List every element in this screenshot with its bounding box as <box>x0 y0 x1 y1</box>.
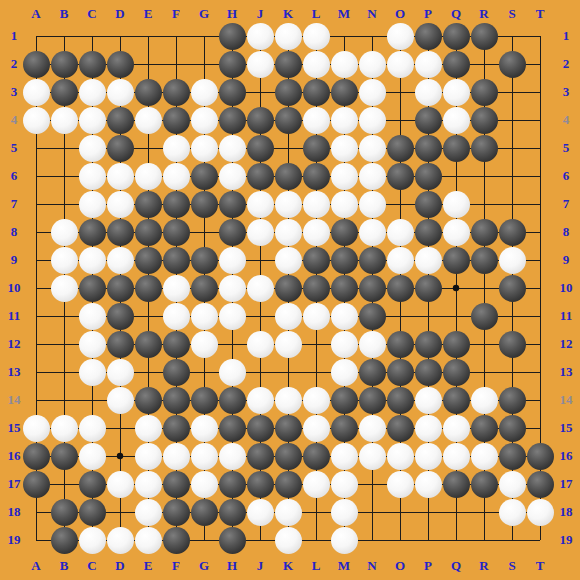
point-M3[interactable] <box>330 78 358 106</box>
white-stone-L11[interactable] <box>303 303 330 330</box>
point-E11[interactable] <box>134 302 162 330</box>
point-S5[interactable] <box>498 134 526 162</box>
white-stone-J14[interactable] <box>247 387 274 414</box>
black-stone-F7[interactable] <box>163 191 190 218</box>
black-stone-Q14[interactable] <box>443 387 470 414</box>
point-R11[interactable] <box>470 302 498 330</box>
point-G2[interactable] <box>190 50 218 78</box>
black-stone-G14[interactable] <box>191 387 218 414</box>
point-T4[interactable] <box>526 106 554 134</box>
point-D8[interactable] <box>106 218 134 246</box>
black-stone-L10[interactable] <box>303 275 330 302</box>
point-N16[interactable] <box>358 442 386 470</box>
black-stone-P13[interactable] <box>415 359 442 386</box>
point-E15[interactable] <box>134 414 162 442</box>
white-stone-C4[interactable] <box>79 107 106 134</box>
point-C2[interactable] <box>78 50 106 78</box>
black-stone-Q2[interactable] <box>443 51 470 78</box>
white-stone-E16[interactable] <box>135 443 162 470</box>
point-N11[interactable] <box>358 302 386 330</box>
white-stone-M4[interactable] <box>331 107 358 134</box>
point-Q1[interactable] <box>442 22 470 50</box>
point-C10[interactable] <box>78 274 106 302</box>
point-R18[interactable] <box>470 498 498 526</box>
point-B14[interactable] <box>50 386 78 414</box>
point-K11[interactable] <box>274 302 302 330</box>
point-G6[interactable] <box>190 162 218 190</box>
point-A7[interactable] <box>22 190 50 218</box>
point-F8[interactable] <box>162 218 190 246</box>
point-D7[interactable] <box>106 190 134 218</box>
black-stone-H19[interactable] <box>219 527 246 554</box>
point-N6[interactable] <box>358 162 386 190</box>
black-stone-G9[interactable] <box>191 247 218 274</box>
point-N9[interactable] <box>358 246 386 274</box>
point-G14[interactable] <box>190 386 218 414</box>
point-S17[interactable] <box>498 470 526 498</box>
point-N18[interactable] <box>358 498 386 526</box>
black-stone-F3[interactable] <box>163 79 190 106</box>
point-J14[interactable] <box>246 386 274 414</box>
point-S2[interactable] <box>498 50 526 78</box>
point-Q17[interactable] <box>442 470 470 498</box>
point-H16[interactable] <box>218 442 246 470</box>
point-R17[interactable] <box>470 470 498 498</box>
point-R4[interactable] <box>470 106 498 134</box>
point-Q12[interactable] <box>442 330 470 358</box>
point-L14[interactable] <box>302 386 330 414</box>
black-stone-O15[interactable] <box>387 415 414 442</box>
point-H12[interactable] <box>218 330 246 358</box>
point-P11[interactable] <box>414 302 442 330</box>
point-B5[interactable] <box>50 134 78 162</box>
point-G1[interactable] <box>190 22 218 50</box>
point-E4[interactable] <box>134 106 162 134</box>
point-H8[interactable] <box>218 218 246 246</box>
point-C18[interactable] <box>78 498 106 526</box>
point-F1[interactable] <box>162 22 190 50</box>
black-stone-Q17[interactable] <box>443 471 470 498</box>
point-A11[interactable] <box>22 302 50 330</box>
point-S3[interactable] <box>498 78 526 106</box>
black-stone-P8[interactable] <box>415 219 442 246</box>
black-stone-H7[interactable] <box>219 191 246 218</box>
black-stone-F14[interactable] <box>163 387 190 414</box>
black-stone-K3[interactable] <box>275 79 302 106</box>
black-stone-H17[interactable] <box>219 471 246 498</box>
point-L16[interactable] <box>302 442 330 470</box>
point-K7[interactable] <box>274 190 302 218</box>
point-F13[interactable] <box>162 358 190 386</box>
point-L7[interactable] <box>302 190 330 218</box>
point-H17[interactable] <box>218 470 246 498</box>
black-stone-E3[interactable] <box>135 79 162 106</box>
point-G9[interactable] <box>190 246 218 274</box>
white-stone-Q15[interactable] <box>443 415 470 442</box>
point-M2[interactable] <box>330 50 358 78</box>
black-stone-S12[interactable] <box>499 331 526 358</box>
point-B16[interactable] <box>50 442 78 470</box>
white-stone-J18[interactable] <box>247 499 274 526</box>
point-P18[interactable] <box>414 498 442 526</box>
point-L11[interactable] <box>302 302 330 330</box>
point-N13[interactable] <box>358 358 386 386</box>
white-stone-O9[interactable] <box>387 247 414 274</box>
white-stone-L15[interactable] <box>303 415 330 442</box>
point-Q6[interactable] <box>442 162 470 190</box>
point-Q10[interactable] <box>442 274 470 302</box>
point-T9[interactable] <box>526 246 554 274</box>
white-stone-J1[interactable] <box>247 23 274 50</box>
white-stone-E6[interactable] <box>135 163 162 190</box>
point-J16[interactable] <box>246 442 274 470</box>
point-A18[interactable] <box>22 498 50 526</box>
black-stone-M10[interactable] <box>331 275 358 302</box>
point-E14[interactable] <box>134 386 162 414</box>
point-N12[interactable] <box>358 330 386 358</box>
black-stone-O10[interactable] <box>387 275 414 302</box>
point-A6[interactable] <box>22 162 50 190</box>
point-A17[interactable] <box>22 470 50 498</box>
black-stone-R11[interactable] <box>471 303 498 330</box>
white-stone-O17[interactable] <box>387 471 414 498</box>
black-stone-N10[interactable] <box>359 275 386 302</box>
point-B18[interactable] <box>50 498 78 526</box>
white-stone-G11[interactable] <box>191 303 218 330</box>
point-E18[interactable] <box>134 498 162 526</box>
point-T12[interactable] <box>526 330 554 358</box>
point-B8[interactable] <box>50 218 78 246</box>
point-D14[interactable] <box>106 386 134 414</box>
white-stone-M5[interactable] <box>331 135 358 162</box>
point-D16[interactable] <box>106 442 134 470</box>
point-B12[interactable] <box>50 330 78 358</box>
white-stone-F11[interactable] <box>163 303 190 330</box>
point-E12[interactable] <box>134 330 162 358</box>
point-R3[interactable] <box>470 78 498 106</box>
point-Q5[interactable] <box>442 134 470 162</box>
white-stone-M18[interactable] <box>331 499 358 526</box>
point-B11[interactable] <box>50 302 78 330</box>
point-F6[interactable] <box>162 162 190 190</box>
white-stone-M7[interactable] <box>331 191 358 218</box>
point-H5[interactable] <box>218 134 246 162</box>
white-stone-N16[interactable] <box>359 443 386 470</box>
point-G11[interactable] <box>190 302 218 330</box>
white-stone-G12[interactable] <box>191 331 218 358</box>
black-stone-Q13[interactable] <box>443 359 470 386</box>
point-H14[interactable] <box>218 386 246 414</box>
white-stone-M11[interactable] <box>331 303 358 330</box>
point-T17[interactable] <box>526 470 554 498</box>
point-K1[interactable] <box>274 22 302 50</box>
point-N2[interactable] <box>358 50 386 78</box>
point-E3[interactable] <box>134 78 162 106</box>
black-stone-D11[interactable] <box>107 303 134 330</box>
black-stone-H4[interactable] <box>219 107 246 134</box>
black-stone-S14[interactable] <box>499 387 526 414</box>
white-stone-N5[interactable] <box>359 135 386 162</box>
black-stone-S10[interactable] <box>499 275 526 302</box>
white-stone-H6[interactable] <box>219 163 246 190</box>
black-stone-P4[interactable] <box>415 107 442 134</box>
point-P19[interactable] <box>414 526 442 554</box>
point-H7[interactable] <box>218 190 246 218</box>
white-stone-Q4[interactable] <box>443 107 470 134</box>
white-stone-G3[interactable] <box>191 79 218 106</box>
point-R9[interactable] <box>470 246 498 274</box>
point-R12[interactable] <box>470 330 498 358</box>
white-stone-M6[interactable] <box>331 163 358 190</box>
white-stone-A15[interactable] <box>23 415 50 442</box>
point-L13[interactable] <box>302 358 330 386</box>
point-S7[interactable] <box>498 190 526 218</box>
white-stone-G16[interactable] <box>191 443 218 470</box>
white-stone-C7[interactable] <box>79 191 106 218</box>
black-stone-G7[interactable] <box>191 191 218 218</box>
point-T10[interactable] <box>526 274 554 302</box>
white-stone-O16[interactable] <box>387 443 414 470</box>
point-S8[interactable] <box>498 218 526 246</box>
point-A4[interactable] <box>22 106 50 134</box>
point-O17[interactable] <box>386 470 414 498</box>
black-stone-B2[interactable] <box>51 51 78 78</box>
black-stone-L3[interactable] <box>303 79 330 106</box>
point-M11[interactable] <box>330 302 358 330</box>
white-stone-H5[interactable] <box>219 135 246 162</box>
point-O15[interactable] <box>386 414 414 442</box>
point-F4[interactable] <box>162 106 190 134</box>
point-L4[interactable] <box>302 106 330 134</box>
white-stone-H9[interactable] <box>219 247 246 274</box>
point-H6[interactable] <box>218 162 246 190</box>
black-stone-F8[interactable] <box>163 219 190 246</box>
point-T19[interactable] <box>526 526 554 554</box>
black-stone-N14[interactable] <box>359 387 386 414</box>
point-A19[interactable] <box>22 526 50 554</box>
black-stone-H8[interactable] <box>219 219 246 246</box>
point-T14[interactable] <box>526 386 554 414</box>
point-T6[interactable] <box>526 162 554 190</box>
point-Q19[interactable] <box>442 526 470 554</box>
point-P10[interactable] <box>414 274 442 302</box>
white-stone-B10[interactable] <box>51 275 78 302</box>
point-H1[interactable] <box>218 22 246 50</box>
black-stone-J5[interactable] <box>247 135 274 162</box>
point-R8[interactable] <box>470 218 498 246</box>
white-stone-J10[interactable] <box>247 275 274 302</box>
white-stone-P17[interactable] <box>415 471 442 498</box>
point-A3[interactable] <box>22 78 50 106</box>
point-K2[interactable] <box>274 50 302 78</box>
point-B9[interactable] <box>50 246 78 274</box>
point-J3[interactable] <box>246 78 274 106</box>
point-L10[interactable] <box>302 274 330 302</box>
white-stone-D6[interactable] <box>107 163 134 190</box>
point-K9[interactable] <box>274 246 302 274</box>
point-M14[interactable] <box>330 386 358 414</box>
point-D12[interactable] <box>106 330 134 358</box>
white-stone-O2[interactable] <box>387 51 414 78</box>
point-F3[interactable] <box>162 78 190 106</box>
white-stone-C16[interactable] <box>79 443 106 470</box>
point-N3[interactable] <box>358 78 386 106</box>
point-T15[interactable] <box>526 414 554 442</box>
white-stone-T18[interactable] <box>527 499 554 526</box>
point-N8[interactable] <box>358 218 386 246</box>
black-stone-P1[interactable] <box>415 23 442 50</box>
point-H15[interactable] <box>218 414 246 442</box>
point-S9[interactable] <box>498 246 526 274</box>
white-stone-M19[interactable] <box>331 527 358 554</box>
point-J4[interactable] <box>246 106 274 134</box>
point-C15[interactable] <box>78 414 106 442</box>
white-stone-M16[interactable] <box>331 443 358 470</box>
point-N19[interactable] <box>358 526 386 554</box>
point-O3[interactable] <box>386 78 414 106</box>
point-P1[interactable] <box>414 22 442 50</box>
black-stone-C10[interactable] <box>79 275 106 302</box>
white-stone-O8[interactable] <box>387 219 414 246</box>
white-stone-C9[interactable] <box>79 247 106 274</box>
point-P17[interactable] <box>414 470 442 498</box>
white-stone-H11[interactable] <box>219 303 246 330</box>
black-stone-Q5[interactable] <box>443 135 470 162</box>
point-O1[interactable] <box>386 22 414 50</box>
white-stone-B9[interactable] <box>51 247 78 274</box>
black-stone-L16[interactable] <box>303 443 330 470</box>
black-stone-R4[interactable] <box>471 107 498 134</box>
black-stone-E12[interactable] <box>135 331 162 358</box>
point-K19[interactable] <box>274 526 302 554</box>
black-stone-S2[interactable] <box>499 51 526 78</box>
black-stone-F15[interactable] <box>163 415 190 442</box>
point-N14[interactable] <box>358 386 386 414</box>
point-G13[interactable] <box>190 358 218 386</box>
point-B13[interactable] <box>50 358 78 386</box>
point-O7[interactable] <box>386 190 414 218</box>
white-stone-B4[interactable] <box>51 107 78 134</box>
point-R13[interactable] <box>470 358 498 386</box>
white-stone-L17[interactable] <box>303 471 330 498</box>
point-B7[interactable] <box>50 190 78 218</box>
white-stone-L4[interactable] <box>303 107 330 134</box>
black-stone-C18[interactable] <box>79 499 106 526</box>
white-stone-C3[interactable] <box>79 79 106 106</box>
point-E6[interactable] <box>134 162 162 190</box>
black-stone-R15[interactable] <box>471 415 498 442</box>
point-S4[interactable] <box>498 106 526 134</box>
black-stone-H1[interactable] <box>219 23 246 50</box>
point-E5[interactable] <box>134 134 162 162</box>
point-H4[interactable] <box>218 106 246 134</box>
black-stone-H14[interactable] <box>219 387 246 414</box>
point-H3[interactable] <box>218 78 246 106</box>
point-D17[interactable] <box>106 470 134 498</box>
black-stone-J6[interactable] <box>247 163 274 190</box>
black-stone-N9[interactable] <box>359 247 386 274</box>
white-stone-H16[interactable] <box>219 443 246 470</box>
point-O13[interactable] <box>386 358 414 386</box>
white-stone-H13[interactable] <box>219 359 246 386</box>
point-P9[interactable] <box>414 246 442 274</box>
point-N4[interactable] <box>358 106 386 134</box>
point-C8[interactable] <box>78 218 106 246</box>
black-stone-O6[interactable] <box>387 163 414 190</box>
black-stone-S16[interactable] <box>499 443 526 470</box>
point-B6[interactable] <box>50 162 78 190</box>
white-stone-M17[interactable] <box>331 471 358 498</box>
point-T16[interactable] <box>526 442 554 470</box>
black-stone-A17[interactable] <box>23 471 50 498</box>
white-stone-D19[interactable] <box>107 527 134 554</box>
black-stone-H15[interactable] <box>219 415 246 442</box>
point-R6[interactable] <box>470 162 498 190</box>
point-S13[interactable] <box>498 358 526 386</box>
white-stone-K7[interactable] <box>275 191 302 218</box>
point-S11[interactable] <box>498 302 526 330</box>
black-stone-L6[interactable] <box>303 163 330 190</box>
white-stone-F5[interactable] <box>163 135 190 162</box>
point-K17[interactable] <box>274 470 302 498</box>
point-N17[interactable] <box>358 470 386 498</box>
point-K3[interactable] <box>274 78 302 106</box>
point-J9[interactable] <box>246 246 274 274</box>
point-E8[interactable] <box>134 218 162 246</box>
black-stone-C8[interactable] <box>79 219 106 246</box>
point-C16[interactable] <box>78 442 106 470</box>
white-stone-C6[interactable] <box>79 163 106 190</box>
black-stone-P6[interactable] <box>415 163 442 190</box>
point-P12[interactable] <box>414 330 442 358</box>
point-K18[interactable] <box>274 498 302 526</box>
point-R14[interactable] <box>470 386 498 414</box>
point-A12[interactable] <box>22 330 50 358</box>
black-stone-F13[interactable] <box>163 359 190 386</box>
black-stone-Q9[interactable] <box>443 247 470 274</box>
point-F16[interactable] <box>162 442 190 470</box>
point-K6[interactable] <box>274 162 302 190</box>
white-stone-J7[interactable] <box>247 191 274 218</box>
black-stone-B19[interactable] <box>51 527 78 554</box>
point-N15[interactable] <box>358 414 386 442</box>
white-stone-Q8[interactable] <box>443 219 470 246</box>
point-C13[interactable] <box>78 358 106 386</box>
point-L2[interactable] <box>302 50 330 78</box>
point-L9[interactable] <box>302 246 330 274</box>
point-T1[interactable] <box>526 22 554 50</box>
point-E7[interactable] <box>134 190 162 218</box>
point-G4[interactable] <box>190 106 218 134</box>
point-E17[interactable] <box>134 470 162 498</box>
black-stone-K6[interactable] <box>275 163 302 190</box>
point-O19[interactable] <box>386 526 414 554</box>
point-P15[interactable] <box>414 414 442 442</box>
black-stone-F12[interactable] <box>163 331 190 358</box>
black-stone-B18[interactable] <box>51 499 78 526</box>
white-stone-R16[interactable] <box>471 443 498 470</box>
point-O8[interactable] <box>386 218 414 246</box>
black-stone-L9[interactable] <box>303 247 330 274</box>
white-stone-G15[interactable] <box>191 415 218 442</box>
point-N7[interactable] <box>358 190 386 218</box>
point-B19[interactable] <box>50 526 78 554</box>
point-R1[interactable] <box>470 22 498 50</box>
point-J13[interactable] <box>246 358 274 386</box>
point-C17[interactable] <box>78 470 106 498</box>
point-B15[interactable] <box>50 414 78 442</box>
point-D15[interactable] <box>106 414 134 442</box>
